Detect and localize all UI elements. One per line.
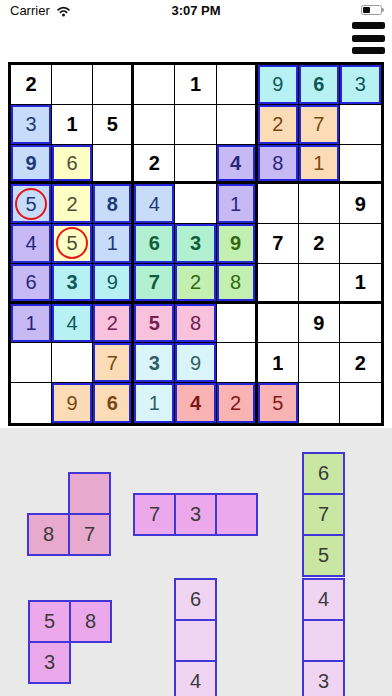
board-cell-r6c2[interactable]: 3 [52,264,93,304]
piece-digit: 2 [230,393,241,413]
board-cell-r7c5[interactable]: 8 [175,304,216,344]
board-cell-r6c1[interactable]: 6 [11,264,52,304]
board-cell-r1c5[interactable]: 1 [175,65,216,105]
board-cell-r9c8[interactable] [299,383,340,423]
piece-digit: 2 [272,114,283,134]
board-cell-r3c9[interactable] [340,145,381,185]
board-cell-r6c3[interactable]: 9 [93,264,134,304]
menu-button[interactable] [352,22,385,54]
piece-digit: 9 [272,74,283,94]
piece-digit: 6 [25,272,36,292]
board-cell-r4c2[interactable]: 2 [52,184,93,224]
piece-digit: 9 [230,233,241,253]
tray-piece-cell: 3 [28,641,71,684]
given-digit: 9 [313,313,324,333]
piece-digit: 8 [107,194,118,214]
board-cell-r3c6[interactable]: 4 [217,145,258,185]
given-digit: 5 [107,114,118,134]
board-cell-r2c7[interactable]: 2 [258,105,299,145]
board-cell-r7c2[interactable]: 4 [52,304,93,344]
board-cell-r7c7[interactable] [258,304,299,344]
piece-digit: 3 [355,74,366,94]
given-digit: 1 [67,114,78,134]
battery-fill [363,7,371,13]
piece-digit: 3 [149,353,160,373]
board-cell-r6c4[interactable]: 7 [134,264,175,304]
board-cell-r2c2[interactable]: 1 [52,105,93,145]
piece-digit: 4 [230,153,241,173]
piece-digit: 9 [67,393,78,413]
given-digit: 2 [149,153,160,173]
board-cell-r5c4[interactable]: 6 [134,224,175,264]
board-cell-r2c6[interactable] [217,105,258,145]
piece-digit: 4 [67,313,78,333]
board-cell-r9c4[interactable]: 1 [134,383,175,423]
board-cell-r2c5[interactable] [175,105,216,145]
board-cell-r9c7[interactable]: 5 [258,383,299,423]
board-cell-r3c1[interactable]: 9 [11,145,52,185]
board-cell-r5c2[interactable]: 5 [52,224,93,264]
tray-piece-cell [174,619,217,662]
board-cell-r8c3[interactable]: 7 [93,343,134,383]
board-cell-r1c1[interactable]: 2 [11,65,52,105]
hamburger-icon [352,22,385,54]
board-cell-r8c7[interactable]: 1 [258,343,299,383]
board-cell-r3c4[interactable]: 2 [134,145,175,185]
board-cell-r1c3[interactable] [93,65,134,105]
piece-digit: 1 [149,393,160,413]
piece-digit: 6 [149,233,160,253]
board-cell-r2c1[interactable]: 3 [11,105,52,145]
given-digit: 2 [313,233,324,253]
board-cell-r8c2[interactable] [52,343,93,383]
piece-digit: 8 [272,153,283,173]
board-cell-r5c9[interactable] [340,224,381,264]
board-cell-r7c1[interactable]: 1 [11,304,52,344]
tray-piece-cell: 3 [174,493,217,536]
status-bar: Carrier 3:07 PM [0,0,392,20]
piece-digit: 6 [107,393,118,413]
board-cell-r8c4[interactable]: 3 [134,343,175,383]
board-cell-r2c9[interactable] [340,105,381,145]
board-cell-r9c3[interactable]: 6 [93,383,134,423]
tray-piece-cell [68,472,111,515]
piece-digit: 9 [25,153,36,173]
board-cell-r4c4[interactable]: 4 [134,184,175,224]
piece-digit: 2 [107,313,118,333]
tray-piece-cell: 7 [133,493,176,536]
given-digit: 9 [355,194,366,214]
piece-digit: 9 [107,272,118,292]
given-digit: 1 [355,272,366,292]
board-cell-r1c2[interactable] [52,65,93,105]
board-cell-r6c9[interactable]: 1 [340,264,381,304]
battery-nub [382,8,384,12]
piece-digit: 8 [190,313,201,333]
board-cell-r5c5[interactable]: 3 [175,224,216,264]
board-cell-r3c7[interactable]: 8 [258,145,299,185]
board-cell-r8c1[interactable] [11,343,52,383]
tray-piece-cell: 6 [174,578,217,621]
tray-piece-cell: 8 [27,513,70,556]
piece-digit: 5 [25,194,36,214]
board-cell-r2c8[interactable]: 7 [299,105,340,145]
piece-digit: 1 [313,153,324,173]
board-cell-r7c4[interactable]: 5 [134,304,175,344]
piece-digit: 3 [67,272,78,292]
piece-digit: 6 [67,153,78,173]
piece-digit: 5 [149,313,160,333]
piece-digit: 7 [149,272,160,292]
board-cell-r4c5[interactable] [175,184,216,224]
board-cell-r4c8[interactable] [299,184,340,224]
tray-piece-cell: 3 [302,660,345,696]
board-cell-r2c4[interactable] [134,105,175,145]
board-cell-r5c1[interactable]: 4 [11,224,52,264]
piece-digit: 1 [230,194,241,214]
piece-digit: 4 [149,194,160,214]
board-cell-r4c3[interactable]: 8 [93,184,134,224]
tray-piece-cell: 4 [174,660,217,696]
board-cell-r8c8[interactable] [299,343,340,383]
board-cell-r4c6[interactable]: 1 [217,184,258,224]
tray-piece-cell [215,493,258,536]
board-cell-r9c5[interactable]: 4 [175,383,216,423]
board-cell-r1c9[interactable]: 3 [340,65,381,105]
piece-digit: 1 [107,233,118,253]
given-digit: 2 [25,74,36,94]
board-cell-r1c8[interactable]: 6 [299,65,340,105]
piece-digit: 3 [25,114,36,134]
board-cell-r1c7[interactable]: 9 [258,65,299,105]
piece-digit: 1 [25,313,36,333]
board-cell-r9c6[interactable]: 2 [217,383,258,423]
board-cell-r7c3[interactable]: 2 [93,304,134,344]
given-digit: 1 [190,74,201,94]
board-cell-r3c8[interactable]: 1 [299,145,340,185]
board-cell-r8c9[interactable]: 2 [340,343,381,383]
tray-piece-cell: 6 [302,452,345,495]
piece-digit: 9 [190,353,201,373]
board-cell-r5c3[interactable]: 1 [93,224,134,264]
board-cell-r1c4[interactable] [134,65,175,105]
piece-digit: 4 [25,233,36,253]
board-cell-r4c1[interactable]: 5 [11,184,52,224]
board-cell-r5c8[interactable]: 2 [299,224,340,264]
board-cell-r4c7[interactable] [258,184,299,224]
board-cell-r6c6[interactable]: 8 [217,264,258,304]
board-cell-r5c6[interactable]: 9 [217,224,258,264]
board-cell-r7c8[interactable]: 9 [299,304,340,344]
piece-digit: 5 [67,233,78,253]
piece-digit: 6 [313,74,324,94]
piece-digit: 7 [107,353,118,373]
board-cell-r8c6[interactable] [217,343,258,383]
piece-digit: 7 [313,114,324,134]
piece-digit: 5 [272,393,283,413]
board-cell-r2c3[interactable]: 5 [93,105,134,145]
battery-icon [361,5,384,15]
board-cell-r5c7[interactable]: 7 [258,224,299,264]
board-cell-r4c9[interactable]: 9 [340,184,381,224]
clock: 3:07 PM [0,3,392,18]
piece-digit: 2 [190,272,201,292]
board-cell-r9c9[interactable] [340,383,381,423]
board-cell-r3c5[interactable] [175,145,216,185]
battery-body [361,5,382,15]
tray-piece-cell [302,619,345,662]
tray-piece-cell: 5 [302,534,345,577]
piece-tray: 87735836756443 [0,428,392,696]
board-cell-r7c6[interactable] [217,304,258,344]
board-cell-r9c1[interactable] [11,383,52,423]
tray-piece-cell: 4 [302,578,345,621]
tray-piece-cell: 7 [68,513,111,556]
given-digit: 2 [355,353,366,373]
given-digit: 7 [272,233,283,253]
board-cell-r3c2[interactable]: 6 [52,145,93,185]
board-cell-r3c3[interactable] [93,145,134,185]
piece-digit: 4 [190,393,201,413]
tray-piece-cell: 8 [69,600,112,643]
board-cell-r6c5[interactable]: 2 [175,264,216,304]
tray-piece-cell: 7 [302,493,345,536]
board-cell-r7c9[interactable] [340,304,381,344]
sudoku-board: 2196331527962481528419451639726397281142… [8,62,384,426]
board-cell-r9c2[interactable]: 9 [52,383,93,423]
board-cell-r8c5[interactable]: 9 [175,343,216,383]
piece-digit: 2 [67,194,78,214]
board-cell-r1c6[interactable] [217,65,258,105]
board-cell-r6c8[interactable] [299,264,340,304]
tray-piece-cell: 5 [28,600,71,643]
board-cell-r6c7[interactable] [258,264,299,304]
given-digit: 1 [272,353,283,373]
piece-digit: 8 [230,272,241,292]
piece-digit: 3 [190,233,201,253]
